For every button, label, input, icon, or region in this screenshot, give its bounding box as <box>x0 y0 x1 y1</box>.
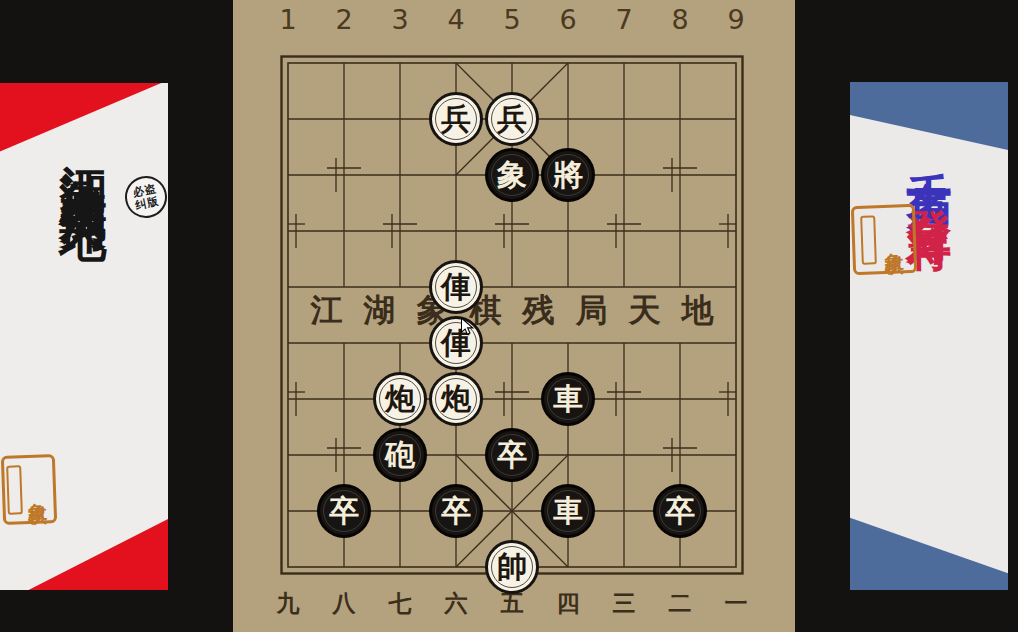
piece-black-卒-c2r8[interactable]: 卒 <box>317 484 371 538</box>
piece-black-砲-c3r7[interactable]: 砲 <box>373 428 427 482</box>
left-banner: 江湖象棋残局天地 必盗 纠版 象棋 <box>0 83 168 590</box>
piece-black-卒-c5r7[interactable]: 卒 <box>485 428 539 482</box>
anti-piracy-seal: 必盗 纠版 <box>121 172 171 222</box>
piece-red-俥-c4r4[interactable]: 俥 <box>429 260 483 314</box>
xiangqi-stamp-right: 象棋 <box>851 204 917 275</box>
piece-black-車-c6r6[interactable]: 車 <box>541 372 595 426</box>
stamp-pictograph <box>7 466 24 515</box>
episode-title-puzzle: 登台拜将 <box>899 173 959 197</box>
piece-red-兵-c5r1[interactable]: 兵 <box>485 92 539 146</box>
channel-title: 江湖象棋残局天地 <box>53 128 116 184</box>
file-label-top-5: 5 <box>503 4 520 35</box>
right-banner: 千古名局 登台拜将 象棋 <box>850 82 1008 590</box>
piece-black-將-c6r2[interactable]: 將 <box>541 148 595 202</box>
piece-black-卒-c8r8[interactable]: 卒 <box>653 484 707 538</box>
episode-title: 千古名局 登台拜将 <box>899 135 959 197</box>
piece-red-兵-c4r1[interactable]: 兵 <box>429 92 483 146</box>
stamp-text: 象棋 <box>881 237 907 242</box>
piece-red-炮-c4r6[interactable]: 炮 <box>429 372 483 426</box>
piece-black-車-c6r8[interactable]: 車 <box>541 484 595 538</box>
stamp-text: 象棋 <box>25 487 51 492</box>
file-label-top-2: 2 <box>335 4 352 35</box>
file-label-top-9: 9 <box>727 4 744 35</box>
episode-title-series: 千古名局 <box>899 135 959 159</box>
piece-red-炮-c3r6[interactable]: 炮 <box>373 372 427 426</box>
file-label-top-7: 7 <box>615 4 632 35</box>
file-label-top-6: 6 <box>559 4 576 35</box>
board-area: 123456789 九八七六五四三二一 江湖象棋残局天地 兵兵象將俥俥炮炮車砲卒… <box>233 0 795 632</box>
xiangqi-board: 兵兵象將俥俥炮炮車砲卒卒卒車卒帥 <box>260 35 764 595</box>
video-frame: 123456789 九八七六五四三二一 江湖象棋残局天地 兵兵象將俥俥炮炮車砲卒… <box>0 0 1018 632</box>
piece-black-卒-c4r8[interactable]: 卒 <box>429 484 483 538</box>
piece-red-帥-c5r9[interactable]: 帥 <box>485 540 539 594</box>
stamp-pictograph <box>860 216 877 265</box>
file-label-top-1: 1 <box>279 4 296 35</box>
file-label-top-4: 4 <box>447 4 464 35</box>
mouse-cursor-icon <box>461 318 476 335</box>
file-label-top-8: 8 <box>671 4 688 35</box>
file-label-top-3: 3 <box>391 4 408 35</box>
piece-black-象-c5r2[interactable]: 象 <box>485 148 539 202</box>
xiangqi-stamp-left: 象棋 <box>1 454 57 525</box>
